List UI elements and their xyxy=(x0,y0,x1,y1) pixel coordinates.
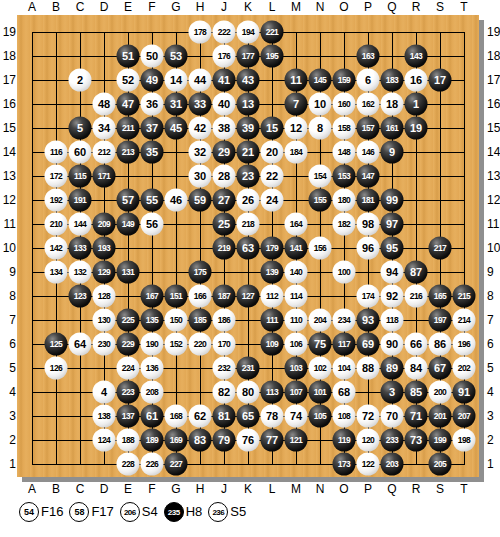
stone-black: 215 xyxy=(453,285,476,308)
stone-black: 43 xyxy=(237,69,260,92)
stone-black: 165 xyxy=(429,285,452,308)
stone-move-number: 157 xyxy=(362,124,375,133)
stone-black: 199 xyxy=(429,429,452,452)
stone-move-number: 53 xyxy=(170,51,182,62)
stone-move-number: 31 xyxy=(170,99,182,110)
stone-move-number: 199 xyxy=(434,436,447,445)
stone-white: 112 xyxy=(261,285,284,308)
stone-move-number: 216 xyxy=(410,292,423,301)
stone-black: 95 xyxy=(381,237,404,260)
stone-white: 208 xyxy=(141,381,164,404)
stone-move-number: 149 xyxy=(122,220,135,229)
stone-white: 158 xyxy=(333,117,356,140)
row-label-left: 6 xyxy=(0,337,16,351)
stone-move-number: 5 xyxy=(77,123,83,134)
stone-white: 72 xyxy=(357,405,380,428)
stone-move-number: 148 xyxy=(338,148,351,157)
stone-black: 223 xyxy=(117,381,140,404)
stone-black: 45 xyxy=(165,117,188,140)
stone-black: 75 xyxy=(309,333,332,356)
stone-white: 178 xyxy=(189,21,212,44)
stone-move-number: 67 xyxy=(434,363,446,374)
stone-white: 176 xyxy=(213,45,236,68)
stone-move-number: 151 xyxy=(170,292,183,301)
row-label-right: 1 xyxy=(487,457,494,471)
column-label-top: H xyxy=(196,1,205,14)
stone-move-number: 219 xyxy=(218,244,231,253)
stone-move-number: 121 xyxy=(290,436,303,445)
row-label-left: 17 xyxy=(0,73,16,87)
stone-move-number: 104 xyxy=(338,364,351,373)
column-label-bottom: B xyxy=(52,483,60,496)
stone-move-number: 139 xyxy=(266,268,279,277)
stone-white: 40 xyxy=(213,93,236,116)
row-label-right: 7 xyxy=(487,313,494,327)
stone-move-number: 21 xyxy=(242,147,254,158)
stone-black: 203 xyxy=(381,453,404,476)
stone-move-number: 115 xyxy=(74,172,86,181)
stone-black: 181 xyxy=(357,189,380,212)
stone-black: 227 xyxy=(165,453,188,476)
stone-white: 68 xyxy=(333,381,356,404)
row-label-left: 2 xyxy=(0,433,16,447)
stone-white: 134 xyxy=(45,261,68,284)
stone-move-number: 2 xyxy=(77,75,83,86)
stone-move-number: 209 xyxy=(98,220,111,229)
stone-move-number: 33 xyxy=(194,99,206,110)
stone-move-number: 200 xyxy=(434,388,447,397)
stone-black: 41 xyxy=(213,69,236,92)
column-label-bottom: J xyxy=(221,483,227,496)
stone-white: 232 xyxy=(213,357,236,380)
stone-black: 141 xyxy=(285,237,308,260)
stone-white: 168 xyxy=(165,405,188,428)
stone-white: 56 xyxy=(141,213,164,236)
go-kifu-diagram: ABCDEFGHJKLMNOPQRST 19181716151413121110… xyxy=(0,0,500,537)
stone-black: 163 xyxy=(357,45,380,68)
stone-move-number: 7 xyxy=(293,99,299,110)
caption-point-label: S4 xyxy=(142,502,158,522)
stone-move-number: 11 xyxy=(290,75,302,86)
stone-move-number: 182 xyxy=(338,220,351,229)
stone-black: 103 xyxy=(285,357,308,380)
stone-move-number: 176 xyxy=(218,52,231,61)
stone-move-number: 20 xyxy=(266,147,278,158)
stone-black: 177 xyxy=(237,45,260,68)
stone-move-number: 37 xyxy=(146,123,158,134)
stone-move-number: 150 xyxy=(170,316,183,325)
stone-black: 125 xyxy=(45,333,68,356)
row-label-left: 8 xyxy=(0,289,16,303)
row-label-right: 12 xyxy=(487,193,500,207)
column-label-bottom: N xyxy=(316,483,325,496)
stone-move-number: 131 xyxy=(122,268,135,277)
stone-black: 35 xyxy=(141,141,164,164)
stone-move-number: 108 xyxy=(338,412,351,421)
stone-move-number: 16 xyxy=(410,75,422,86)
stone-move-number: 55 xyxy=(146,195,158,206)
caption-move-number: 235 xyxy=(168,508,180,517)
stone-white: 116 xyxy=(45,141,68,164)
stone-black: 7 xyxy=(285,93,308,116)
stone-black: 9 xyxy=(381,141,404,164)
stone-move-number: 135 xyxy=(146,316,159,325)
stone-white: 166 xyxy=(189,285,212,308)
stone-move-number: 99 xyxy=(386,195,398,206)
stone-black: 77 xyxy=(261,429,284,452)
stone-move-number: 75 xyxy=(314,339,326,350)
stone-white: 70 xyxy=(381,405,404,428)
caption-stone-white: 58 xyxy=(69,502,89,522)
caption-move-number: 54 xyxy=(24,507,34,517)
stone-move-number: 132 xyxy=(74,268,87,277)
stone-move-number: 77 xyxy=(266,435,278,446)
stone-white: 18 xyxy=(381,93,404,116)
stone-white: 180 xyxy=(333,189,356,212)
stone-move-number: 127 xyxy=(242,292,255,301)
stone-white: 132 xyxy=(69,261,92,284)
stone-move-number: 204 xyxy=(314,316,327,325)
stone-move-number: 112 xyxy=(266,292,278,301)
column-label-top: K xyxy=(244,1,252,14)
stone-move-number: 111 xyxy=(266,316,278,325)
stone-move-number: 114 xyxy=(290,292,302,301)
stone-white: 74 xyxy=(285,405,308,428)
stone-black: 161 xyxy=(381,117,404,140)
stone-move-number: 167 xyxy=(146,292,159,301)
stone-move-number: 214 xyxy=(458,316,471,325)
stone-move-number: 34 xyxy=(98,123,110,134)
stone-white: 234 xyxy=(333,309,356,332)
stone-move-number: 86 xyxy=(434,339,446,350)
stone-move-number: 195 xyxy=(266,52,279,61)
stone-black: 5 xyxy=(69,117,92,140)
stone-white: 92 xyxy=(381,285,404,308)
stone-move-number: 158 xyxy=(338,124,351,133)
row-label-right: 4 xyxy=(487,385,494,399)
stone-white: 122 xyxy=(357,453,380,476)
stone-move-number: 101 xyxy=(314,388,327,397)
stone-move-number: 81 xyxy=(218,411,230,422)
stone-white: 136 xyxy=(141,357,164,380)
stone-move-number: 123 xyxy=(74,292,87,301)
caption-move-number: 206 xyxy=(124,508,136,517)
row-label-left: 1 xyxy=(0,457,16,471)
stone-move-number: 36 xyxy=(146,99,158,110)
stone-move-number: 17 xyxy=(434,75,446,86)
stone-move-number: 83 xyxy=(194,435,206,446)
stone-white: 140 xyxy=(285,261,308,284)
row-label-left: 3 xyxy=(0,409,16,423)
row-label-right: 3 xyxy=(487,409,494,423)
stone-black: 205 xyxy=(429,453,452,476)
stone-white: 24 xyxy=(261,189,284,212)
stone-move-number: 193 xyxy=(98,244,111,253)
stone-white: 138 xyxy=(93,405,116,428)
stone-move-number: 42 xyxy=(194,123,206,134)
stone-move-number: 40 xyxy=(218,99,230,110)
stone-move-number: 230 xyxy=(98,340,111,349)
stone-white: 192 xyxy=(45,189,68,212)
stone-white: 44 xyxy=(189,69,212,92)
stone-move-number: 233 xyxy=(386,436,399,445)
stone-black: 149 xyxy=(117,213,140,236)
stone-white: 154 xyxy=(309,165,332,188)
stone-white: 16 xyxy=(405,69,428,92)
stone-move-number: 183 xyxy=(386,76,399,85)
column-label-top: D xyxy=(100,1,109,14)
stone-black: 233 xyxy=(381,429,404,452)
stone-move-number: 226 xyxy=(146,460,159,469)
stone-move-number: 3 xyxy=(389,387,395,398)
stone-move-number: 165 xyxy=(434,292,447,301)
stone-move-number: 76 xyxy=(242,435,254,446)
stone-move-number: 93 xyxy=(362,315,374,326)
stone-move-number: 70 xyxy=(386,411,398,422)
stone-move-number: 191 xyxy=(74,196,87,205)
stone-move-number: 94 xyxy=(386,267,398,278)
stone-move-number: 160 xyxy=(338,100,351,109)
caption-point-label: S5 xyxy=(230,502,246,522)
stone-white: 78 xyxy=(261,405,284,428)
stone-move-number: 120 xyxy=(362,436,375,445)
row-label-right: 6 xyxy=(487,337,494,351)
stone-move-number: 137 xyxy=(122,412,135,421)
column-label-bottom: K xyxy=(244,483,252,496)
stone-move-number: 82 xyxy=(218,387,230,398)
column-label-bottom: R xyxy=(412,483,421,496)
stone-black: 99 xyxy=(381,189,404,212)
caption-point-label: F17 xyxy=(91,502,113,522)
stone-black: 151 xyxy=(165,285,188,308)
stone-white: 198 xyxy=(453,429,476,452)
stone-move-number: 50 xyxy=(146,51,158,62)
stone-move-number: 203 xyxy=(386,460,399,469)
stone-move-number: 180 xyxy=(338,196,351,205)
stone-move-number: 163 xyxy=(362,52,375,61)
row-label-left: 10 xyxy=(0,241,16,255)
row-label-left: 18 xyxy=(0,49,16,63)
stone-move-number: 97 xyxy=(386,219,398,230)
stone-move-number: 46 xyxy=(170,195,182,206)
stone-move-number: 140 xyxy=(290,268,303,277)
stone-white: 218 xyxy=(237,213,260,236)
stone-white: 142 xyxy=(45,237,68,260)
stone-white: 22 xyxy=(261,165,284,188)
stone-white: 194 xyxy=(237,21,260,44)
stone-black: 155 xyxy=(309,189,332,212)
stone-white: 64 xyxy=(69,333,92,356)
stone-move-number: 1 xyxy=(413,99,419,110)
stone-black: 51 xyxy=(117,45,140,68)
row-label-left: 12 xyxy=(0,193,16,207)
column-label-bottom: C xyxy=(76,483,85,496)
stone-move-number: 186 xyxy=(218,316,231,325)
stone-white: 190 xyxy=(141,333,164,356)
stone-white: 20 xyxy=(261,141,284,164)
stone-black: 153 xyxy=(333,165,356,188)
stone-black: 73 xyxy=(405,429,428,452)
stone-black: 61 xyxy=(141,405,164,428)
column-label-bottom: O xyxy=(339,483,348,496)
stone-move-number: 9 xyxy=(389,147,395,158)
stone-move-number: 12 xyxy=(290,123,302,134)
stone-move-number: 66 xyxy=(410,339,422,350)
stone-move-number: 174 xyxy=(362,292,375,301)
column-label-bottom: E xyxy=(124,483,132,496)
stone-black: 219 xyxy=(213,237,236,260)
column-label-bottom: D xyxy=(100,483,109,496)
stone-black: 221 xyxy=(261,21,284,44)
row-label-right: 15 xyxy=(487,121,500,135)
column-label-top: L xyxy=(269,1,276,14)
stone-black: 115 xyxy=(69,165,92,188)
stone-move-number: 138 xyxy=(98,412,111,421)
stone-black: 13 xyxy=(237,93,260,116)
stone-black: 167 xyxy=(141,285,164,308)
stone-move-number: 87 xyxy=(410,267,422,278)
stone-white: 82 xyxy=(213,381,236,404)
caption-replayed-moves: 54F1658F17206S4235H8236S5 xyxy=(19,502,252,522)
stone-white: 94 xyxy=(381,261,404,284)
stone-move-number: 159 xyxy=(338,76,351,85)
row-label-right: 13 xyxy=(487,169,500,183)
column-label-bottom: S xyxy=(436,483,444,496)
stone-black: 33 xyxy=(189,93,212,116)
stone-move-number: 212 xyxy=(98,148,111,157)
stone-move-number: 100 xyxy=(338,268,351,277)
stone-move-number: 47 xyxy=(122,99,134,110)
stone-move-number: 102 xyxy=(314,364,327,373)
stone-white: 34 xyxy=(93,117,116,140)
stone-move-number: 119 xyxy=(338,436,350,445)
stone-move-number: 161 xyxy=(386,124,399,133)
stone-move-number: 105 xyxy=(314,412,327,421)
stone-move-number: 196 xyxy=(458,340,471,349)
stone-black: 123 xyxy=(69,285,92,308)
column-label-top: G xyxy=(171,1,180,14)
stone-move-number: 69 xyxy=(362,339,374,350)
stone-black: 63 xyxy=(237,237,260,260)
stone-move-number: 166 xyxy=(194,292,207,301)
stone-white: 160 xyxy=(333,93,356,116)
stone-black: 229 xyxy=(117,333,140,356)
stone-white: 30 xyxy=(189,165,212,188)
stone-black: 145 xyxy=(309,69,332,92)
stone-move-number: 80 xyxy=(242,387,254,398)
stone-move-number: 218 xyxy=(242,220,255,229)
stone-move-number: 175 xyxy=(194,268,207,277)
stone-black: 53 xyxy=(165,45,188,68)
stone-white: 224 xyxy=(117,357,140,380)
stone-move-number: 117 xyxy=(338,340,350,349)
stone-move-number: 178 xyxy=(194,28,207,37)
stone-white: 46 xyxy=(165,189,188,212)
stone-move-number: 231 xyxy=(242,364,255,373)
column-label-top: F xyxy=(148,1,155,14)
stone-black: 173 xyxy=(333,453,356,476)
stone-black: 107 xyxy=(285,381,308,404)
stone-move-number: 152 xyxy=(170,340,183,349)
stone-move-number: 73 xyxy=(410,435,422,446)
row-label-right: 16 xyxy=(487,97,500,111)
stone-black: 101 xyxy=(309,381,332,404)
stone-white: 42 xyxy=(189,117,212,140)
stone-move-number: 162 xyxy=(362,100,375,109)
stone-move-number: 234 xyxy=(338,316,351,325)
stone-black: 143 xyxy=(405,45,428,68)
stone-white: 126 xyxy=(45,357,68,380)
stone-white: 10 xyxy=(309,93,332,116)
stone-move-number: 103 xyxy=(290,364,303,373)
stone-black: 19 xyxy=(405,117,428,140)
row-label-right: 8 xyxy=(487,289,494,303)
stone-black: 147 xyxy=(357,165,380,188)
stone-black: 213 xyxy=(117,141,140,164)
stone-white: 88 xyxy=(357,357,380,380)
stone-white: 222 xyxy=(213,21,236,44)
stone-white: 114 xyxy=(285,285,308,308)
stone-white: 228 xyxy=(117,453,140,476)
stone-white: 128 xyxy=(93,285,116,308)
stone-move-number: 222 xyxy=(218,28,231,37)
column-label-top: N xyxy=(316,1,325,14)
stone-black: 97 xyxy=(381,213,404,236)
stone-white: 52 xyxy=(117,69,140,92)
stone-move-number: 154 xyxy=(314,172,327,181)
stone-white: 156 xyxy=(309,237,332,260)
stone-black: 197 xyxy=(429,309,452,332)
stone-white: 98 xyxy=(357,213,380,236)
stone-black: 15 xyxy=(261,117,284,140)
stone-black: 157 xyxy=(357,117,380,140)
stone-white: 164 xyxy=(285,213,308,236)
stone-move-number: 92 xyxy=(386,291,398,302)
stone-black: 67 xyxy=(429,357,452,380)
stone-move-number: 38 xyxy=(218,123,230,134)
stone-move-number: 95 xyxy=(386,243,398,254)
stone-move-number: 98 xyxy=(362,219,374,230)
stone-black: 89 xyxy=(381,357,404,380)
stone-move-number: 35 xyxy=(146,147,158,158)
row-label-left: 19 xyxy=(0,25,16,39)
stone-white: 230 xyxy=(93,333,116,356)
stone-white: 66 xyxy=(405,333,428,356)
stone-move-number: 194 xyxy=(242,28,255,37)
stone-white: 8 xyxy=(309,117,332,140)
stone-move-number: 44 xyxy=(194,75,206,86)
stone-black: 39 xyxy=(237,117,260,140)
stone-move-number: 224 xyxy=(122,364,135,373)
stone-move-number: 57 xyxy=(122,195,134,206)
stone-move-number: 109 xyxy=(266,340,279,349)
stone-black: 93 xyxy=(357,309,380,332)
caption-stone-white: 236 xyxy=(208,502,228,522)
stone-move-number: 145 xyxy=(314,76,327,85)
stone-black: 211 xyxy=(117,117,140,140)
stone-white: 14 xyxy=(165,69,188,92)
stone-black: 191 xyxy=(69,189,92,212)
stone-move-number: 130 xyxy=(98,316,111,325)
stone-move-number: 26 xyxy=(242,195,254,206)
caption-stone-black: 235 xyxy=(164,502,184,522)
stone-white: 26 xyxy=(237,189,260,212)
stone-move-number: 39 xyxy=(242,123,254,134)
stone-white: 76 xyxy=(237,429,260,452)
stone-white: 102 xyxy=(309,357,332,380)
row-label-left: 14 xyxy=(0,145,16,159)
stone-move-number: 185 xyxy=(194,316,207,325)
